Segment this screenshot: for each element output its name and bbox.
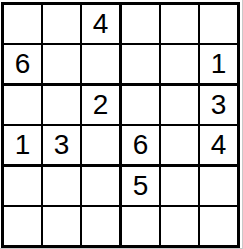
- cell-r6c1[interactable]: [4, 207, 43, 245]
- cell-r6c4[interactable]: [122, 207, 161, 245]
- cell-r5c5[interactable]: [161, 167, 200, 207]
- cell-r5c3[interactable]: [82, 167, 122, 207]
- cell-r2c4[interactable]: [122, 45, 161, 86]
- cell-r4c4[interactable]: 6: [122, 126, 161, 167]
- sudoku-board: 4612313645: [1, 2, 240, 248]
- cell-r4c2[interactable]: 3: [43, 126, 82, 167]
- cell-r1c5[interactable]: [161, 5, 200, 45]
- cell-r6c6[interactable]: [200, 207, 237, 245]
- cell-r3c6[interactable]: 3: [200, 86, 237, 126]
- cell-r6c3[interactable]: [82, 207, 122, 245]
- cell-r5c4[interactable]: 5: [122, 167, 161, 207]
- cell-r3c1[interactable]: [4, 86, 43, 126]
- cell-r1c4[interactable]: [122, 5, 161, 45]
- cell-r6c5[interactable]: [161, 207, 200, 245]
- cell-r4c1[interactable]: 1: [4, 126, 43, 167]
- screenshot-root: 4612313645: [0, 0, 243, 249]
- cell-r2c3[interactable]: [82, 45, 122, 86]
- cell-r4c6[interactable]: 4: [200, 126, 237, 167]
- cell-r2c6[interactable]: 1: [200, 45, 237, 86]
- cell-r3c5[interactable]: [161, 86, 200, 126]
- cell-r3c4[interactable]: [122, 86, 161, 126]
- cell-r3c2[interactable]: [43, 86, 82, 126]
- cell-r1c2[interactable]: [43, 5, 82, 45]
- cell-r1c6[interactable]: [200, 5, 237, 45]
- cell-r5c6[interactable]: [200, 167, 237, 207]
- cell-r6c2[interactable]: [43, 207, 82, 245]
- cell-r4c5[interactable]: [161, 126, 200, 167]
- cell-r2c1[interactable]: 6: [4, 45, 43, 86]
- cell-r1c1[interactable]: [4, 5, 43, 45]
- cell-r2c5[interactable]: [161, 45, 200, 86]
- cell-r5c2[interactable]: [43, 167, 82, 207]
- cell-r1c3[interactable]: 4: [82, 5, 122, 45]
- cell-r4c3[interactable]: [82, 126, 122, 167]
- cell-r3c3[interactable]: 2: [82, 86, 122, 126]
- cell-r2c2[interactable]: [43, 45, 82, 86]
- cell-r5c1[interactable]: [4, 167, 43, 207]
